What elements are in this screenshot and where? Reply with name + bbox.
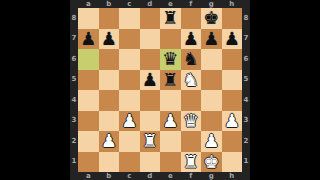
square-a6[interactable] xyxy=(78,49,99,70)
square-e3[interactable]: ♟ xyxy=(160,111,181,132)
rank-label-2-left: 2 xyxy=(70,131,78,152)
square-c1[interactable] xyxy=(119,152,140,173)
piece-white-rook[interactable]: ♜ xyxy=(183,152,199,173)
square-h4[interactable] xyxy=(222,90,243,111)
file-label-e-top: e xyxy=(160,0,181,8)
square-f6[interactable]: ♞ xyxy=(181,49,202,70)
square-f1[interactable]: ♜ xyxy=(181,152,202,173)
piece-black-pawn[interactable]: ♟ xyxy=(80,29,96,50)
square-h3[interactable]: ♟ xyxy=(222,111,243,132)
piece-white-pawn[interactable]: ♟ xyxy=(121,111,137,132)
board-corner xyxy=(242,0,250,8)
square-a8[interactable] xyxy=(78,8,99,29)
square-c4[interactable] xyxy=(119,90,140,111)
square-a5[interactable] xyxy=(78,70,99,91)
square-e2[interactable] xyxy=(160,131,181,152)
rank-label-4-right: 4 xyxy=(242,90,250,111)
square-f8[interactable] xyxy=(181,8,202,29)
square-b1[interactable] xyxy=(99,152,120,173)
square-f7[interactable]: ♟ xyxy=(181,29,202,50)
piece-black-pawn[interactable]: ♟ xyxy=(203,29,219,50)
file-label-g-top: g xyxy=(201,0,222,8)
rank-label-6-right: 6 xyxy=(242,49,250,70)
square-h2[interactable] xyxy=(222,131,243,152)
square-d4[interactable] xyxy=(140,90,161,111)
rank-label-6-left: 6 xyxy=(70,49,78,70)
file-label-d-bottom: d xyxy=(140,172,161,180)
piece-white-pawn[interactable]: ♟ xyxy=(203,131,219,152)
piece-white-knight[interactable]: ♞ xyxy=(183,70,199,91)
file-label-d-top: d xyxy=(140,0,161,8)
square-d6[interactable] xyxy=(140,49,161,70)
square-e4[interactable] xyxy=(160,90,181,111)
board-corner xyxy=(70,0,78,8)
square-c7[interactable] xyxy=(119,29,140,50)
piece-black-pawn[interactable]: ♟ xyxy=(142,70,158,91)
board-corner xyxy=(70,172,78,180)
file-label-a-top: a xyxy=(78,0,99,8)
square-c8[interactable] xyxy=(119,8,140,29)
square-b7[interactable]: ♟ xyxy=(99,29,120,50)
square-d3[interactable] xyxy=(140,111,161,132)
square-b5[interactable] xyxy=(99,70,120,91)
square-b2[interactable]: ♟ xyxy=(99,131,120,152)
file-label-e-bottom: e xyxy=(160,172,181,180)
square-g8[interactable]: ♚ xyxy=(201,8,222,29)
square-f3[interactable]: ♛ xyxy=(181,111,202,132)
square-d7[interactable] xyxy=(140,29,161,50)
rank-label-4-left: 4 xyxy=(70,90,78,111)
file-label-h-bottom: h xyxy=(222,172,243,180)
piece-black-pawn[interactable]: ♟ xyxy=(101,29,117,50)
square-a1[interactable] xyxy=(78,152,99,173)
rank-label-7-left: 7 xyxy=(70,29,78,50)
square-c5[interactable] xyxy=(119,70,140,91)
square-f4[interactable] xyxy=(181,90,202,111)
letterboxed-background: abcdefgh8♜♚87♟♟♟♟♟76♛♞65♟♜♞5443♟♟♛♟32♟♜♟… xyxy=(0,0,320,180)
square-h8[interactable] xyxy=(222,8,243,29)
square-e5[interactable]: ♜ xyxy=(160,70,181,91)
rank-label-5-right: 5 xyxy=(242,70,250,91)
square-b4[interactable] xyxy=(99,90,120,111)
piece-black-pawn[interactable]: ♟ xyxy=(224,29,240,50)
file-label-f-top: f xyxy=(181,0,202,8)
square-g1[interactable]: ♚ xyxy=(201,152,222,173)
piece-white-queen[interactable]: ♛ xyxy=(183,111,199,132)
file-label-c-top: c xyxy=(119,0,140,8)
square-b6[interactable] xyxy=(99,49,120,70)
square-c2[interactable] xyxy=(119,131,140,152)
piece-white-pawn[interactable]: ♟ xyxy=(162,111,178,132)
rank-label-8-right: 8 xyxy=(242,8,250,29)
rank-label-8-left: 8 xyxy=(70,8,78,29)
square-h6[interactable] xyxy=(222,49,243,70)
square-h5[interactable] xyxy=(222,70,243,91)
rank-label-5-left: 5 xyxy=(70,70,78,91)
square-h7[interactable]: ♟ xyxy=(222,29,243,50)
square-g3[interactable] xyxy=(201,111,222,132)
square-a7[interactable]: ♟ xyxy=(78,29,99,50)
square-g4[interactable] xyxy=(201,90,222,111)
square-h1[interactable] xyxy=(222,152,243,173)
file-label-f-bottom: f xyxy=(181,172,202,180)
file-label-b-bottom: b xyxy=(99,172,120,180)
rank-label-2-right: 2 xyxy=(242,131,250,152)
board-corner xyxy=(242,172,250,180)
chess-board: abcdefgh8♜♚87♟♟♟♟♟76♛♞65♟♜♞5443♟♟♛♟32♟♜♟… xyxy=(70,0,250,180)
file-label-a-bottom: a xyxy=(78,172,99,180)
piece-black-rook[interactable]: ♜ xyxy=(162,70,178,91)
square-d5[interactable]: ♟ xyxy=(140,70,161,91)
square-g6[interactable] xyxy=(201,49,222,70)
piece-black-queen[interactable]: ♛ xyxy=(162,49,178,70)
square-g2[interactable]: ♟ xyxy=(201,131,222,152)
file-label-c-bottom: c xyxy=(119,172,140,180)
square-d1[interactable] xyxy=(140,152,161,173)
file-label-b-top: b xyxy=(99,0,120,8)
rank-label-7-right: 7 xyxy=(242,29,250,50)
rank-label-3-left: 3 xyxy=(70,111,78,132)
square-e7[interactable] xyxy=(160,29,181,50)
square-f5[interactable]: ♞ xyxy=(181,70,202,91)
rank-label-1-left: 1 xyxy=(70,152,78,173)
piece-black-pawn[interactable]: ♟ xyxy=(183,29,199,50)
square-c3[interactable]: ♟ xyxy=(119,111,140,132)
rank-label-3-right: 3 xyxy=(242,111,250,132)
square-e8[interactable]: ♜ xyxy=(160,8,181,29)
square-g5[interactable] xyxy=(201,70,222,91)
piece-white-pawn[interactable]: ♟ xyxy=(101,131,117,152)
piece-black-rook[interactable]: ♜ xyxy=(162,8,178,29)
square-a3[interactable] xyxy=(78,111,99,132)
file-label-g-bottom: g xyxy=(201,172,222,180)
square-a4[interactable] xyxy=(78,90,99,111)
square-b3[interactable] xyxy=(99,111,120,132)
piece-black-king[interactable]: ♚ xyxy=(203,8,219,29)
square-f2[interactable] xyxy=(181,131,202,152)
square-b8[interactable] xyxy=(99,8,120,29)
square-a2[interactable] xyxy=(78,131,99,152)
piece-white-pawn[interactable]: ♟ xyxy=(224,111,240,132)
rank-label-1-right: 1 xyxy=(242,152,250,173)
piece-white-king[interactable]: ♚ xyxy=(203,152,219,173)
file-label-h-top: h xyxy=(222,0,243,8)
square-g7[interactable]: ♟ xyxy=(201,29,222,50)
piece-black-knight[interactable]: ♞ xyxy=(183,49,199,70)
square-c6[interactable] xyxy=(119,49,140,70)
square-e6[interactable]: ♛ xyxy=(160,49,181,70)
square-d2[interactable]: ♜ xyxy=(140,131,161,152)
square-e1[interactable] xyxy=(160,152,181,173)
piece-white-rook[interactable]: ♜ xyxy=(142,131,158,152)
square-d8[interactable] xyxy=(140,8,161,29)
